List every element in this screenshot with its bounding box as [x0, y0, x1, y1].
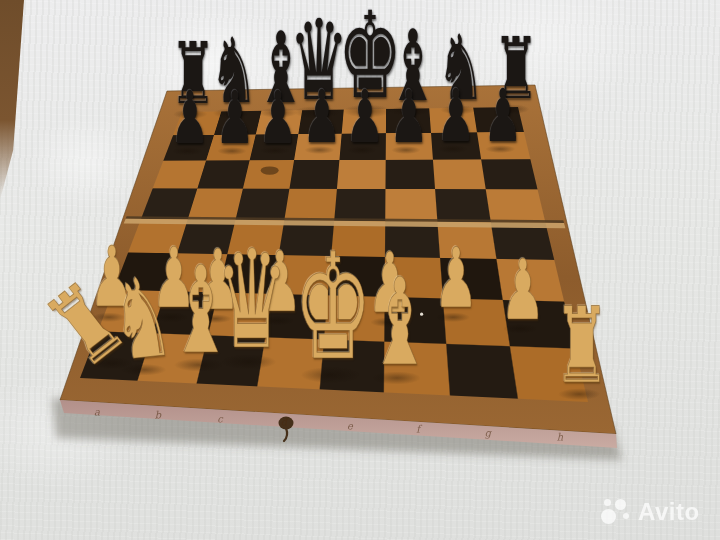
- square-b5: [188, 188, 243, 219]
- square-d1: [257, 337, 324, 389]
- square-h4: [491, 222, 554, 260]
- square-c1: [197, 335, 266, 386]
- square-f8: [386, 108, 431, 133]
- square-g6: [433, 159, 486, 189]
- square-g3: [440, 258, 503, 300]
- square-f2: [384, 297, 446, 344]
- square-d8: [298, 110, 343, 134]
- square-c7: [250, 134, 299, 160]
- square-b7: [206, 134, 256, 160]
- square-d2: [265, 294, 328, 340]
- square-h7: [477, 132, 530, 160]
- square-g4: [437, 222, 496, 259]
- square-h3: [496, 259, 564, 302]
- square-b2: [152, 291, 218, 335]
- square-e3: [328, 256, 385, 297]
- square-h6: [481, 159, 537, 189]
- square-b6: [197, 160, 249, 188]
- square-e2: [324, 295, 385, 341]
- square-e5: [334, 189, 385, 221]
- square-f1: [384, 342, 450, 396]
- square-e8: [342, 109, 386, 134]
- square-g7: [431, 132, 481, 159]
- square-c3: [218, 254, 278, 294]
- square-g1: [446, 344, 518, 399]
- square-h5: [486, 189, 546, 223]
- square-e4: [331, 221, 385, 257]
- square-b3: [165, 253, 227, 292]
- square-d5: [284, 189, 337, 221]
- square-g2: [443, 298, 510, 346]
- square-c4: [227, 220, 284, 255]
- square-d4: [279, 220, 335, 256]
- avito-watermark: Avito: [598, 497, 700, 527]
- square-g8: [429, 108, 477, 133]
- square-b8: [214, 111, 261, 135]
- square-f3: [385, 257, 443, 298]
- avito-logo-icon: [598, 497, 632, 527]
- square-c5: [236, 189, 290, 221]
- square-f7: [386, 133, 433, 160]
- square-h1: [510, 346, 588, 402]
- square-h2: [503, 300, 576, 349]
- square-h8: [473, 107, 524, 132]
- photo-scene: abcdefgh ♜♞♝♛♚♝♞♜♟♟♟♟♟♟♟♟♟♟♟♟♟♟♟♜♞♝♛♚♝♜ …: [0, 0, 720, 540]
- square-d7: [294, 134, 342, 160]
- square-b4: [177, 219, 235, 254]
- square-f6: [385, 160, 435, 189]
- square-f4: [385, 221, 440, 258]
- square-e6: [337, 160, 386, 189]
- square-d6: [289, 160, 339, 189]
- square-g5: [435, 189, 491, 222]
- square-c2: [208, 292, 272, 337]
- square-e1: [320, 339, 385, 392]
- avito-watermark-text: Avito: [638, 498, 700, 526]
- square-c8: [256, 110, 302, 134]
- square-c6: [243, 160, 294, 189]
- square-f5: [385, 189, 437, 222]
- square-e7: [339, 133, 385, 160]
- square-d3: [272, 255, 331, 295]
